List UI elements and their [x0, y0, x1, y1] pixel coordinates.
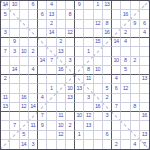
- given-number: 11: [3, 95, 8, 101]
- cell-r2c5[interactable]: 6: [38, 10, 47, 19]
- cell-r8c10[interactable]: 8: [84, 66, 93, 75]
- cell-r15c14[interactable]: [121, 131, 130, 140]
- cell-r14c7[interactable]: 10: [57, 121, 66, 130]
- cell-r9c15[interactable]: [131, 75, 140, 84]
- cell-r16c11[interactable]: [94, 140, 103, 149]
- cell-r11c7[interactable]: [57, 94, 66, 103]
- cell-r8c6[interactable]: [47, 66, 56, 75]
- given-number: 5: [22, 132, 25, 138]
- given-number: 14: [113, 39, 118, 45]
- cell-r1c15[interactable]: [131, 1, 140, 10]
- cell-r12c5[interactable]: [38, 103, 47, 112]
- cell-r10c11[interactable]: [94, 84, 103, 93]
- cell-r4c5[interactable]: [38, 29, 47, 38]
- cell-r14c12[interactable]: [103, 121, 112, 130]
- cell-r6c11[interactable]: [94, 47, 103, 56]
- cell-r2c8[interactable]: 8: [66, 10, 75, 19]
- cell-r13c2[interactable]: [10, 112, 19, 121]
- cell-r11c9[interactable]: [75, 94, 84, 103]
- cell-r15c3[interactable]: 5: [20, 131, 29, 140]
- cell-r3c10[interactable]: [84, 20, 93, 29]
- given-number: 13: [76, 86, 81, 92]
- cell-r3c7[interactable]: [57, 20, 66, 29]
- cell-r14c10[interactable]: 13: [84, 121, 93, 130]
- cell-r10c15[interactable]: [131, 84, 140, 93]
- cell-r2c11[interactable]: [94, 10, 103, 19]
- cell-r14c5[interactable]: 9: [38, 121, 47, 130]
- cell-r2c14[interactable]: 16: [121, 10, 130, 19]
- cell-r2c6[interactable]: 13: [47, 10, 56, 19]
- cell-r16c14[interactable]: [121, 140, 130, 149]
- cell-r4c12[interactable]: 16: [103, 29, 112, 38]
- cell-r11c1[interactable]: 11: [1, 94, 10, 103]
- cell-r15c12[interactable]: 6: [103, 131, 112, 140]
- cell-r5c3[interactable]: [20, 38, 29, 47]
- cell-r10c10[interactable]: [84, 84, 93, 93]
- cell-r16c1[interactable]: [1, 140, 10, 149]
- cell-r10c1[interactable]: [1, 84, 10, 93]
- cell-r14c14[interactable]: [121, 121, 130, 130]
- cell-r3c5[interactable]: [38, 20, 47, 29]
- cell-r16c16[interactable]: 7: [140, 140, 149, 149]
- cell-r6c10[interactable]: 1: [84, 47, 93, 56]
- given-number: 5: [106, 86, 109, 92]
- cell-r5c16[interactable]: [140, 38, 149, 47]
- cell-r11c3[interactable]: 16: [20, 94, 29, 103]
- cell-r15c11[interactable]: [94, 131, 103, 140]
- cell-r9c10[interactable]: 11: [84, 75, 93, 84]
- given-number: 12: [86, 113, 91, 119]
- cell-r14c2[interactable]: 7: [10, 121, 19, 130]
- cell-r8c2[interactable]: 14: [10, 66, 19, 75]
- cell-r11c6[interactable]: [47, 94, 56, 103]
- cell-r12c12[interactable]: [103, 103, 112, 112]
- cell-r3c12[interactable]: 8: [103, 20, 112, 29]
- cell-r13c12[interactable]: 3: [103, 112, 112, 121]
- cell-r13c11[interactable]: [94, 112, 103, 121]
- cell-r2c2[interactable]: [10, 10, 19, 19]
- cell-r16c15[interactable]: 4: [131, 140, 140, 149]
- cell-r9c11[interactable]: [94, 75, 103, 84]
- cell-r6c9[interactable]: [75, 47, 84, 56]
- cell-r16c6[interactable]: [47, 140, 56, 149]
- cell-r6c7[interactable]: 13: [57, 47, 66, 56]
- given-number: 7: [143, 142, 146, 148]
- given-number: 2: [59, 39, 62, 45]
- given-number: 16: [58, 67, 63, 73]
- cell-r14c6[interactable]: [47, 121, 56, 130]
- cell-r3c1[interactable]: [1, 20, 10, 29]
- cell-r11c13[interactable]: [112, 94, 121, 103]
- cell-r16c9[interactable]: [75, 140, 84, 149]
- cell-r16c7[interactable]: [57, 140, 66, 149]
- cell-r14c9[interactable]: [75, 121, 84, 130]
- cell-r12c2[interactable]: [10, 103, 19, 112]
- cell-r3c16[interactable]: 6: [140, 20, 149, 29]
- cell-r6c2[interactable]: 3: [10, 47, 19, 56]
- cell-r5c14[interactable]: 4: [121, 38, 130, 47]
- cell-r15c5[interactable]: [38, 131, 47, 140]
- cell-r4c14[interactable]: 2: [121, 29, 130, 38]
- cell-r16c5[interactable]: [38, 140, 47, 149]
- cell-r16c13[interactable]: 2: [112, 140, 121, 149]
- cell-r3c2[interactable]: [10, 20, 19, 29]
- cell-r10c13[interactable]: 6: [112, 84, 121, 93]
- cell-r12c15[interactable]: 8: [131, 103, 140, 112]
- given-number: 12: [21, 104, 26, 110]
- cell-r3c13[interactable]: [112, 20, 121, 29]
- cell-r9c8[interactable]: [66, 75, 75, 84]
- cell-r3c14[interactable]: [121, 20, 130, 29]
- cell-r10c2[interactable]: [10, 84, 19, 93]
- cell-r2c10[interactable]: [84, 10, 93, 19]
- cell-r4c8[interactable]: 12: [66, 29, 75, 38]
- cell-r14c8[interactable]: 2: [66, 121, 75, 130]
- given-number: 13: [86, 123, 91, 129]
- cell-r5c4[interactable]: [29, 38, 38, 47]
- cell-r10c14[interactable]: 12: [121, 84, 130, 93]
- cell-r15c9[interactable]: 1: [75, 131, 84, 140]
- cell-r11c8[interactable]: 13: [66, 94, 75, 103]
- cell-r6c15[interactable]: [131, 47, 140, 56]
- cell-r11c16[interactable]: [140, 94, 149, 103]
- cell-r5c15[interactable]: [131, 38, 140, 47]
- cell-r14c4[interactable]: 11: [29, 121, 38, 130]
- cell-r9c2[interactable]: [10, 75, 19, 84]
- cell-r13c9[interactable]: 10: [75, 112, 84, 121]
- cell-r15c4[interactable]: [29, 131, 38, 140]
- cell-r7c2[interactable]: [10, 57, 19, 66]
- cell-r2c7[interactable]: [57, 10, 66, 19]
- cell-r14c16[interactable]: [140, 121, 149, 130]
- cell-r11c14[interactable]: [121, 94, 130, 103]
- cell-r7c5[interactable]: 14: [38, 57, 47, 66]
- cell-r1c12[interactable]: 13: [103, 1, 112, 10]
- cell-r12c4[interactable]: 14: [29, 103, 38, 112]
- cell-r1c10[interactable]: [84, 1, 93, 10]
- cell-r8c13[interactable]: [112, 66, 121, 75]
- cell-r8c1[interactable]: [1, 66, 10, 75]
- cell-r3c15[interactable]: 9: [131, 20, 140, 29]
- given-number: 13: [58, 49, 63, 55]
- given-number: 4: [41, 95, 44, 101]
- cell-r7c15[interactable]: 2: [131, 57, 140, 66]
- cell-r5c12[interactable]: [103, 38, 112, 47]
- cell-r7c6[interactable]: 7: [47, 57, 56, 66]
- cell-r10c12[interactable]: 5: [103, 84, 112, 93]
- cell-r12c10[interactable]: [84, 103, 93, 112]
- cell-r6c1[interactable]: 7: [1, 47, 10, 56]
- cell-r8c11[interactable]: 10: [94, 66, 103, 75]
- cell-r1c11[interactable]: 1: [94, 1, 103, 10]
- cell-r8c7[interactable]: 16: [57, 66, 66, 75]
- cell-r4c13[interactable]: [112, 29, 121, 38]
- cell-r9c9[interactable]: [75, 75, 84, 84]
- cell-r13c14[interactable]: [121, 112, 130, 121]
- cell-r9c6[interactable]: [47, 75, 56, 84]
- given-number: 8: [106, 21, 109, 27]
- cell-r1c8[interactable]: [66, 1, 75, 10]
- cell-r4c2[interactable]: [10, 29, 19, 38]
- cell-r8c5[interactable]: [38, 66, 47, 75]
- cell-r7c13[interactable]: 10: [112, 57, 121, 66]
- given-number: 4: [115, 76, 118, 82]
- given-number: 1: [78, 132, 81, 138]
- cell-r6c13[interactable]: [112, 47, 121, 56]
- cell-r14c1[interactable]: [1, 121, 10, 130]
- cell-r9c4[interactable]: [29, 75, 38, 84]
- cell-r7c4[interactable]: [29, 57, 38, 66]
- cell-r15c8[interactable]: [66, 131, 75, 140]
- cell-r8c8[interactable]: [66, 66, 75, 75]
- cell-r11c11[interactable]: [94, 94, 103, 103]
- cell-r11c4[interactable]: [29, 94, 38, 103]
- cell-r5c11[interactable]: 15: [94, 38, 103, 47]
- cell-r13c6[interactable]: [47, 112, 56, 121]
- cell-r4c9[interactable]: [75, 29, 84, 38]
- cell-r11c15[interactable]: [131, 94, 140, 103]
- cell-r7c8[interactable]: 3: [66, 57, 75, 66]
- cell-r15c2[interactable]: [10, 131, 19, 140]
- cell-r11c5[interactable]: 4: [38, 94, 47, 103]
- cell-r7c11[interactable]: [94, 57, 103, 66]
- cell-r6c5[interactable]: [38, 47, 47, 56]
- cell-r4c15[interactable]: [131, 29, 140, 38]
- given-number: 12: [123, 86, 128, 92]
- cell-r5c5[interactable]: [38, 38, 47, 47]
- cell-r5c2[interactable]: 9: [10, 38, 19, 47]
- cell-r8c14[interactable]: 5: [121, 66, 130, 75]
- cell-r2c1[interactable]: 5: [1, 10, 10, 19]
- given-number: 10: [95, 67, 100, 73]
- cell-r7c10[interactable]: [84, 57, 93, 66]
- cell-r16c2[interactable]: [10, 140, 19, 149]
- cell-r12c7[interactable]: [57, 103, 66, 112]
- cell-r16c10[interactable]: [84, 140, 93, 149]
- cell-r5c13[interactable]: 14: [112, 38, 121, 47]
- cell-r15c16[interactable]: 13: [140, 131, 149, 140]
- cell-r13c1[interactable]: [1, 112, 10, 121]
- cell-r7c14[interactable]: 8: [121, 57, 130, 66]
- cell-r4c6[interactable]: 14: [47, 29, 56, 38]
- cell-r11c2[interactable]: [10, 94, 19, 103]
- given-number: 9: [13, 39, 16, 45]
- cell-r10c6[interactable]: 1: [47, 84, 56, 93]
- cell-r7c7[interactable]: [57, 57, 66, 66]
- cell-r2c4[interactable]: [29, 10, 38, 19]
- cell-r8c12[interactable]: [103, 66, 112, 75]
- given-number: 7: [115, 104, 118, 110]
- given-number: 7: [4, 49, 7, 55]
- cell-r3c11[interactable]: 12: [94, 20, 103, 29]
- cell-r16c8[interactable]: [66, 140, 75, 149]
- cell-r6c6[interactable]: [47, 47, 56, 56]
- cell-r5c9[interactable]: [75, 38, 84, 47]
- cell-r8c16[interactable]: [140, 66, 149, 75]
- cell-r1c2[interactable]: 10: [10, 1, 19, 10]
- cell-r7c1[interactable]: [1, 57, 10, 66]
- cell-r1c7[interactable]: [57, 1, 66, 10]
- cell-r6c8[interactable]: [66, 47, 75, 56]
- given-number: 10: [21, 49, 26, 55]
- cell-r10c8[interactable]: 10: [66, 84, 75, 93]
- cell-r12c1[interactable]: 13: [1, 103, 10, 112]
- cell-r3c9[interactable]: [75, 20, 84, 29]
- cell-r12c9[interactable]: [75, 103, 84, 112]
- cell-r7c9[interactable]: [75, 57, 84, 66]
- cell-r9c1[interactable]: 2: [1, 75, 10, 84]
- given-number: 13: [2, 104, 7, 110]
- given-number: 10: [67, 86, 72, 92]
- cell-r5c6[interactable]: [47, 38, 56, 47]
- cell-r14c3[interactable]: [20, 121, 29, 130]
- given-number: 9: [78, 2, 81, 8]
- cell-r16c3[interactable]: 14: [20, 140, 29, 149]
- cell-r3c4[interactable]: [29, 20, 38, 29]
- cell-r1c1[interactable]: 14: [1, 1, 10, 10]
- cell-r13c13[interactable]: [112, 112, 121, 121]
- cell-r4c7[interactable]: [57, 29, 66, 38]
- cell-r1c9[interactable]: 9: [75, 1, 84, 10]
- cell-r4c16[interactable]: 4: [140, 29, 149, 38]
- cell-r12c16[interactable]: [140, 103, 149, 112]
- cell-r5c10[interactable]: [84, 38, 93, 47]
- cell-r9c12[interactable]: [103, 75, 112, 84]
- cell-r4c10[interactable]: [84, 29, 93, 38]
- given-number: 6: [115, 86, 118, 92]
- cell-r10c4[interactable]: [29, 84, 38, 93]
- cell-r16c12[interactable]: [103, 140, 112, 149]
- cell-r5c8[interactable]: [66, 38, 75, 47]
- cell-r1c16[interactable]: [140, 1, 149, 10]
- cell-r4c1[interactable]: 3: [1, 29, 10, 38]
- cell-r15c13[interactable]: [112, 131, 121, 140]
- cell-r14c13[interactable]: [112, 121, 121, 130]
- given-number: 14: [49, 30, 54, 36]
- given-number: 2: [69, 123, 72, 129]
- cell-r1c13[interactable]: [112, 1, 121, 10]
- cell-r13c10[interactable]: 12: [84, 112, 93, 121]
- cell-r6c16[interactable]: [140, 47, 149, 56]
- cell-r2c15[interactable]: [131, 10, 140, 19]
- cell-r10c9[interactable]: 13: [75, 84, 84, 93]
- given-number: 8: [87, 67, 90, 73]
- cell-r15c15[interactable]: [131, 131, 140, 140]
- cell-r11c10[interactable]: 3: [84, 94, 93, 103]
- given-number: 8: [133, 104, 136, 110]
- given-number: 2: [106, 95, 109, 101]
- cell-r13c7[interactable]: 11: [57, 112, 66, 121]
- cell-r4c3[interactable]: [20, 29, 29, 38]
- cell-r13c3[interactable]: [20, 112, 29, 121]
- cell-r16c4[interactable]: 3: [29, 140, 38, 149]
- cell-r1c14[interactable]: [121, 1, 130, 10]
- cell-r9c16[interactable]: 13: [140, 75, 149, 84]
- given-number: 14: [21, 142, 26, 148]
- cell-r1c4[interactable]: 6: [29, 1, 38, 10]
- cell-r9c3[interactable]: [20, 75, 29, 84]
- cell-r9c14[interactable]: [121, 75, 130, 84]
- cell-r12c6[interactable]: [47, 103, 56, 112]
- cell-r12c13[interactable]: 7: [112, 103, 121, 112]
- cell-r8c4[interactable]: 4: [29, 66, 38, 75]
- cell-r15c7[interactable]: 12: [57, 131, 66, 140]
- cell-r8c9[interactable]: [75, 66, 84, 75]
- cell-r5c1[interactable]: [1, 38, 10, 47]
- cell-r11c12[interactable]: 2: [103, 94, 112, 103]
- given-number: 3: [32, 142, 35, 148]
- cell-r13c4[interactable]: [29, 112, 38, 121]
- cell-r6c4[interactable]: 2: [29, 47, 38, 56]
- cell-r12c14[interactable]: [121, 103, 130, 112]
- cell-r1c3[interactable]: [20, 1, 29, 10]
- cell-r15c1[interactable]: [1, 131, 10, 140]
- cell-r15c6[interactable]: [47, 131, 56, 140]
- cell-r7c16[interactable]: [140, 57, 149, 66]
- cell-r6c14[interactable]: [121, 47, 130, 56]
- cell-r15c10[interactable]: [84, 131, 93, 140]
- given-number: 1: [87, 49, 90, 55]
- given-number: 8: [124, 58, 127, 64]
- cell-r8c3[interactable]: [20, 66, 29, 75]
- given-number: 10: [58, 123, 63, 129]
- cell-r12c11[interactable]: 16: [94, 103, 103, 112]
- cell-r1c5[interactable]: [38, 1, 47, 10]
- cell-r10c3[interactable]: [20, 84, 29, 93]
- cell-r9c7[interactable]: [57, 75, 66, 84]
- cell-r5c7[interactable]: 2: [57, 38, 66, 47]
- given-number: 2: [4, 76, 7, 82]
- cell-r2c16[interactable]: [140, 10, 149, 19]
- cell-r12c3[interactable]: 12: [20, 103, 29, 112]
- cell-r13c16[interactable]: 16: [140, 112, 149, 121]
- cell-r13c8[interactable]: [66, 112, 75, 121]
- cell-r2c13[interactable]: [112, 10, 121, 19]
- cell-r12c8[interactable]: [66, 103, 75, 112]
- cell-r13c5[interactable]: 7: [38, 112, 47, 121]
- cell-r10c16[interactable]: [140, 84, 149, 93]
- cell-r3c3[interactable]: [20, 20, 29, 29]
- cell-r2c3[interactable]: [20, 10, 29, 19]
- cell-r7c12[interactable]: [103, 57, 112, 66]
- cell-r2c12[interactable]: [103, 10, 112, 19]
- cell-r14c15[interactable]: [131, 121, 140, 130]
- cell-r3c6[interactable]: 2: [47, 20, 56, 29]
- cell-r9c13[interactable]: 4: [112, 75, 121, 84]
- cell-r8c15[interactable]: [131, 66, 140, 75]
- cell-r2c9[interactable]: [75, 10, 84, 19]
- given-number: 12: [67, 30, 72, 36]
- given-number: 16: [95, 104, 100, 110]
- cell-r4c11[interactable]: [94, 29, 103, 38]
- cell-r10c5[interactable]: [38, 84, 47, 93]
- cell-r14c11[interactable]: [94, 121, 103, 130]
- cell-r1c6[interactable]: 4: [47, 1, 56, 10]
- given-number: 13: [49, 12, 54, 18]
- given-number: 13: [67, 95, 72, 101]
- cell-r13c15[interactable]: [131, 112, 140, 121]
- cell-r6c12[interactable]: [103, 47, 112, 56]
- given-number: 7: [41, 113, 44, 119]
- cell-r7c3[interactable]: [20, 57, 29, 66]
- cell-r10c7[interactable]: [57, 84, 66, 93]
- cell-r9c5[interactable]: [38, 75, 47, 84]
- cell-r6c3[interactable]: 10: [20, 47, 29, 56]
- cell-r4c4[interactable]: [29, 29, 38, 38]
- given-number: 4: [133, 142, 136, 148]
- cell-r3c8[interactable]: [66, 20, 75, 29]
- given-number: 13: [104, 2, 109, 8]
